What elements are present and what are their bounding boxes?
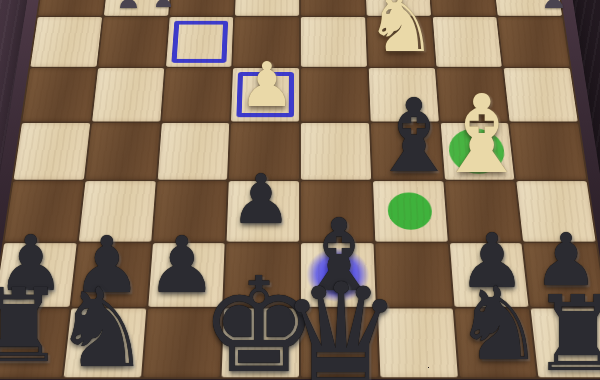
piece-black-knight-g8[interactable]: ♞ xyxy=(47,274,157,380)
square-h3[interactable] xyxy=(30,17,102,67)
square-b3[interactable] xyxy=(432,17,502,67)
square-f5[interactable] xyxy=(157,123,229,180)
square-d3[interactable] xyxy=(301,17,367,67)
piece-black-pawn-e6[interactable]: ♟ xyxy=(227,165,296,234)
square-h4[interactable] xyxy=(22,68,96,121)
square-g4[interactable] xyxy=(92,68,164,121)
piece-black-rook-a8[interactable]: ♜ xyxy=(526,282,600,380)
chess-app-screenshot: ♞♟♝♝♟♟♟♝♟♟♟♞♜♞♜♚♛ xyxy=(0,0,600,380)
square-a3[interactable] xyxy=(498,17,570,67)
square-a2[interactable] xyxy=(493,0,562,15)
square-h5[interactable] xyxy=(14,123,90,180)
piece-black-queen-d8[interactable]: ♛ xyxy=(273,265,410,380)
piece-white-knight-c3[interactable]: ♞ xyxy=(361,0,440,64)
square-e2[interactable] xyxy=(235,0,299,15)
square-h2[interactable] xyxy=(38,0,107,15)
square-d4[interactable] xyxy=(301,68,369,121)
highlight-last-move-from-f3 xyxy=(171,20,228,62)
highlight-move-target-c6 xyxy=(387,192,433,229)
square-g3[interactable] xyxy=(98,17,168,67)
piece-white-pawn-e4[interactable]: ♟ xyxy=(236,55,298,117)
square-g5[interactable] xyxy=(85,123,159,180)
square-g2[interactable] xyxy=(104,0,172,15)
square-f2[interactable] xyxy=(169,0,235,15)
square-f4[interactable] xyxy=(162,68,232,121)
square-f3[interactable] xyxy=(166,17,234,67)
square-d5[interactable] xyxy=(301,123,371,180)
square-d2[interactable] xyxy=(301,0,365,15)
piece-white-bishop-b5[interactable]: ♝ xyxy=(428,81,536,189)
